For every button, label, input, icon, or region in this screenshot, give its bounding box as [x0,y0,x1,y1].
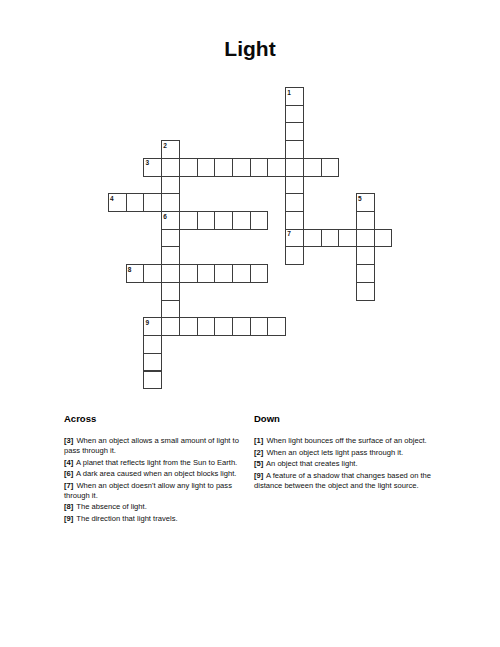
clue-down-2: [2] When an object lets light pass throu… [254,448,438,458]
across-heading: Across [64,414,246,424]
clue-number: 4 [110,195,114,202]
clue-text: When light bounces off the surface of an… [266,436,426,445]
clue-number-label: [6] [64,469,74,478]
grid-cell[interactable] [143,193,162,212]
clue-number-label: [1] [254,436,264,445]
grid-cell[interactable] [126,193,145,212]
grid-cell[interactable] [232,317,251,336]
clue-across-3: [3] When an object allows a small amount… [64,436,246,456]
grid-cell[interactable] [285,122,304,141]
grid-cell[interactable] [285,246,304,265]
grid-cell[interactable] [285,158,304,177]
grid-cell[interactable] [197,158,216,177]
grid-cell[interactable] [374,229,393,248]
grid-cell[interactable] [197,211,216,230]
clue-number-label: [4] [64,458,74,467]
grid-cell[interactable] [321,229,340,248]
clue-number-label: [9] [64,514,74,523]
clue-number: 5 [358,195,362,202]
grid-cell[interactable] [250,158,269,177]
clue-number-label: [5] [254,459,264,468]
clue-down-1: [1] When light bounces off the surface o… [254,436,438,446]
grid-cell[interactable] [250,211,269,230]
clue-number-label: [3] [64,436,74,445]
clue-number: 8 [128,266,132,273]
clue-text: An object that creates light. [266,459,358,468]
clue-number: 7 [287,230,291,237]
grid-cell[interactable] [356,246,375,265]
down-section: Down [1] When light bounces off the surf… [254,414,438,492]
grid-cell[interactable] [250,264,269,283]
clue-across-7: [7] When an object doesn't allow any lig… [64,481,246,501]
clue-number-label: [9] [254,471,264,480]
grid-cell[interactable] [179,317,198,336]
clue-across-4: [4] A planet that reflects light from th… [64,458,246,468]
grid-cell[interactable] [232,264,251,283]
grid-cell[interactable] [161,264,180,283]
clue-text: A dark area caused when an object blocks… [76,469,236,478]
crossword-grid: 123456789 [108,87,394,390]
grid-cell[interactable] [161,176,180,195]
grid-cell[interactable] [161,229,180,248]
grid-cell[interactable] [285,105,304,124]
grid-cell[interactable] [161,193,180,212]
grid-cell[interactable] [303,229,322,248]
grid-cell[interactable] [161,317,180,336]
grid-cell[interactable] [214,211,233,230]
grid-cell[interactable] [179,211,198,230]
grid-cell[interactable] [143,335,162,354]
grid-cell[interactable] [356,264,375,283]
clue-number-label: [8] [64,502,74,511]
page-root: Light 123456789 Across [3] When an objec… [0,0,500,647]
grid-cell[interactable] [285,140,304,159]
down-heading: Down [254,414,438,424]
clue-text: A planet that reflects light from the Su… [76,458,237,467]
clue-down-5: [5] An object that creates light. [254,459,438,469]
clue-text: The direction that light travels. [76,514,177,523]
clue-across-8: [8] The absence of light. [64,502,246,512]
clue-across-6: [6] A dark area caused when an object bl… [64,469,246,479]
grid-cell[interactable] [285,211,304,230]
grid-cell[interactable] [356,282,375,301]
grid-cell[interactable] [267,158,286,177]
grid-cell[interactable] [232,211,251,230]
grid-cell[interactable] [356,229,375,248]
clue-down-9: [9] A feature of a shadow that changes b… [254,471,438,491]
grid-cell[interactable] [179,264,198,283]
grid-cell[interactable] [197,264,216,283]
clue-number-label: [2] [254,448,264,457]
grid-cell[interactable] [179,158,198,177]
grid-cell[interactable] [214,317,233,336]
grid-cell[interactable] [197,317,216,336]
clue-number: 3 [145,159,149,166]
grid-cell[interactable] [214,158,233,177]
grid-cell[interactable] [232,158,251,177]
clue-text: When an object allows a small amount of … [64,436,239,455]
grid-cell[interactable] [321,158,340,177]
clue-text: A feature of a shadow that changes based… [254,471,431,490]
clue-number-label: [7] [64,481,74,490]
grid-cell[interactable] [267,317,286,336]
clue-text: When an object doesn't allow any light t… [64,481,232,500]
grid-cell[interactable] [161,282,180,301]
grid-cell[interactable] [250,317,269,336]
grid-cell[interactable] [285,176,304,195]
grid-cell[interactable] [356,211,375,230]
grid-cell[interactable] [214,264,233,283]
grid-cell[interactable] [161,158,180,177]
grid-cell[interactable] [161,246,180,265]
puzzle-title: Light [0,38,500,60]
grid-cell[interactable] [338,229,357,248]
clue-text: The absence of light. [76,502,147,511]
grid-cell[interactable] [161,300,180,319]
grid-cell[interactable] [143,264,162,283]
clue-text: When an object lets light pass through i… [266,448,403,457]
grid-cell[interactable] [143,371,162,390]
grid-cell[interactable] [143,353,162,372]
across-section: Across [3] When an object allows a small… [64,414,246,525]
clue-number: 1 [287,89,291,96]
grid-cell[interactable] [303,158,322,177]
grid-cell[interactable] [285,193,304,212]
clue-across-9: [9] The direction that light travels. [64,514,246,524]
clue-number: 9 [145,319,149,326]
clue-number: 6 [163,213,167,220]
clue-number: 2 [163,142,167,149]
